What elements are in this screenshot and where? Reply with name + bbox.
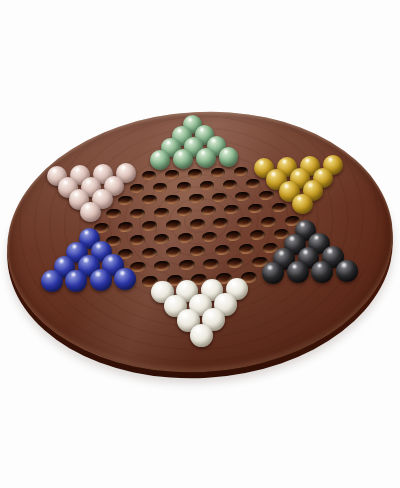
marble-glint [210, 138, 217, 143]
marble-glint [45, 273, 52, 279]
marble-glint [288, 236, 295, 242]
marble-glint [283, 183, 290, 188]
marble-glint [219, 295, 227, 301]
marble-glint [74, 167, 81, 172]
marble-glint [316, 263, 323, 269]
marble-glint [84, 204, 91, 209]
marble-glint [97, 166, 104, 171]
marble-glint [199, 127, 206, 132]
marble-green[interactable] [173, 149, 193, 169]
marble-glint [194, 296, 202, 302]
marble-glint [85, 179, 92, 184]
marble-glint [96, 191, 103, 196]
marble-pink[interactable] [80, 202, 101, 223]
marble-glint [258, 160, 265, 165]
marble-glint [119, 270, 126, 276]
marble-black[interactable] [287, 261, 309, 283]
marble-blue[interactable] [41, 270, 63, 292]
marble-glint [82, 257, 89, 263]
chinese-checkers-board [0, 0, 400, 488]
marble-glint [207, 311, 215, 317]
marble-glint [205, 281, 213, 287]
marble-glint [70, 272, 77, 278]
marble-glint [108, 178, 115, 183]
marble-glint [304, 158, 311, 163]
marble-glint [176, 128, 183, 133]
marble-glint [95, 243, 102, 249]
marble-glint [177, 151, 184, 156]
marble-glint [291, 264, 298, 270]
marble-glint [317, 170, 324, 175]
marble-glint [340, 262, 347, 268]
marble-glint [294, 171, 301, 176]
marble-glint [62, 180, 69, 185]
marble-glint [94, 271, 101, 277]
marble-black[interactable] [311, 261, 333, 283]
marble-glint [165, 140, 172, 145]
marble-glint [71, 244, 78, 250]
marble-green[interactable] [219, 147, 239, 167]
marble-glint [107, 256, 114, 262]
marble-glint [181, 282, 189, 288]
marble-glint [73, 191, 80, 196]
marble-glint [327, 157, 334, 162]
marble-glint [188, 139, 195, 144]
marble-glint [281, 159, 288, 164]
marble-blue[interactable] [90, 269, 112, 291]
marble-glint [51, 168, 58, 173]
marble-blue[interactable] [65, 270, 87, 292]
marble-green[interactable] [150, 150, 170, 170]
marble-glint [187, 117, 193, 122]
marble-glint [266, 265, 273, 271]
marble-glint [83, 230, 90, 236]
marble-blue[interactable] [114, 268, 136, 290]
marble-glint [156, 283, 164, 289]
marble-glint [299, 222, 306, 228]
marble-glint [313, 235, 320, 241]
marble-glint [307, 182, 314, 187]
marble-white[interactable] [190, 324, 213, 347]
marble-glint [230, 280, 238, 286]
marble-gold[interactable] [292, 194, 313, 215]
marble-glint [169, 297, 177, 303]
marble-glint [270, 171, 277, 176]
marble-glint [326, 248, 333, 254]
marbles-layer [0, 0, 400, 488]
marble-glint [296, 196, 303, 201]
marble-green[interactable] [196, 148, 216, 168]
marble-black[interactable] [336, 260, 358, 282]
marble-glint [58, 258, 65, 264]
marble-glint [223, 149, 230, 154]
marble-glint [120, 165, 127, 170]
marble-glint [194, 326, 202, 332]
marble-glint [200, 150, 207, 155]
marble-glint [181, 312, 189, 318]
marble-glint [278, 250, 285, 256]
product-photo-background [0, 0, 400, 488]
marble-black[interactable] [262, 262, 284, 284]
marble-glint [154, 152, 161, 157]
marble-glint [302, 249, 309, 255]
